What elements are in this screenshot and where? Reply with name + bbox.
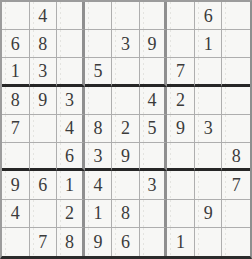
cell-r9c3-given: 8 — [57, 228, 85, 256]
cell-r8c8-given: 9 — [195, 200, 223, 228]
cell-r5c5-given: 2 — [112, 115, 140, 143]
cell-r5c4-given: 8 — [85, 115, 113, 143]
cell-r4c2-given: 9 — [30, 87, 58, 115]
cell-r9c2-given: 7 — [30, 228, 58, 256]
cell-r2c2-given: 8 — [30, 30, 58, 58]
cell-r2c5-given: 3 — [112, 30, 140, 58]
cell-r6c2-empty[interactable] — [30, 143, 58, 171]
cell-r7c7-empty[interactable] — [167, 171, 195, 199]
cell-r9c6-empty[interactable] — [140, 228, 168, 256]
cell-r3c9-empty[interactable] — [222, 58, 250, 86]
cell-r9c8-empty[interactable] — [195, 228, 223, 256]
cell-r5c6-given: 5 — [140, 115, 168, 143]
cell-r4c5-empty[interactable] — [112, 87, 140, 115]
cell-r4c7-given: 2 — [167, 87, 195, 115]
cell-r5c7-given: 9 — [167, 115, 195, 143]
cell-r3c4-given: 5 — [85, 58, 113, 86]
cell-r3c7-given: 7 — [167, 58, 195, 86]
cell-r7c5-empty[interactable] — [112, 171, 140, 199]
cell-r1c7-empty[interactable] — [167, 2, 195, 30]
cell-r4c9-empty[interactable] — [222, 87, 250, 115]
cell-r1c2-given: 4 — [30, 2, 58, 30]
cell-r1c8-given: 6 — [195, 2, 223, 30]
cell-r9c9-empty[interactable] — [222, 228, 250, 256]
cell-r6c8-empty[interactable] — [195, 143, 223, 171]
cell-r8c2-empty[interactable] — [30, 200, 58, 228]
cell-r6c1-empty[interactable] — [2, 143, 30, 171]
cell-r4c3-given: 3 — [57, 87, 85, 115]
cell-r6c5-given: 9 — [112, 143, 140, 171]
cell-r6c7-empty[interactable] — [167, 143, 195, 171]
cell-r1c6-empty[interactable] — [140, 2, 168, 30]
cell-r7c9-given: 7 — [222, 171, 250, 199]
cell-r3c1-given: 1 — [2, 58, 30, 86]
cell-r8c6-empty[interactable] — [140, 200, 168, 228]
cell-r5c8-given: 3 — [195, 115, 223, 143]
cell-r9c1-empty[interactable] — [2, 228, 30, 256]
sudoku-board: 4668391135789342748259363989614374218978… — [0, 0, 252, 259]
cell-r1c5-empty[interactable] — [112, 2, 140, 30]
cell-r8c4-given: 1 — [85, 200, 113, 228]
cell-r9c7-given: 1 — [167, 228, 195, 256]
cell-r8c7-empty[interactable] — [167, 200, 195, 228]
cell-r2c8-given: 1 — [195, 30, 223, 58]
cell-r7c2-given: 6 — [30, 171, 58, 199]
cell-r7c1-given: 9 — [2, 171, 30, 199]
cell-r9c5-given: 6 — [112, 228, 140, 256]
cell-r3c5-empty[interactable] — [112, 58, 140, 86]
cell-r6c4-given: 3 — [85, 143, 113, 171]
cell-r5c9-empty[interactable] — [222, 115, 250, 143]
cell-r2c6-given: 9 — [140, 30, 168, 58]
cell-r1c3-empty[interactable] — [57, 2, 85, 30]
cell-r7c8-empty[interactable] — [195, 171, 223, 199]
cell-r9c4-given: 9 — [85, 228, 113, 256]
cell-r8c3-given: 2 — [57, 200, 85, 228]
cell-r7c6-given: 3 — [140, 171, 168, 199]
cell-r6c9-given: 8 — [222, 143, 250, 171]
cell-r3c2-given: 3 — [30, 58, 58, 86]
cell-r4c4-empty[interactable] — [85, 87, 113, 115]
cell-r8c5-given: 8 — [112, 200, 140, 228]
cell-r8c1-given: 4 — [2, 200, 30, 228]
cell-r2c3-empty[interactable] — [57, 30, 85, 58]
cell-r6c6-empty[interactable] — [140, 143, 168, 171]
cell-r2c7-empty[interactable] — [167, 30, 195, 58]
cell-r5c1-given: 7 — [2, 115, 30, 143]
cell-r3c3-empty[interactable] — [57, 58, 85, 86]
cell-r4c1-given: 8 — [2, 87, 30, 115]
cell-r1c9-empty[interactable] — [222, 2, 250, 30]
cell-r6c3-given: 6 — [57, 143, 85, 171]
cell-r3c6-empty[interactable] — [140, 58, 168, 86]
cell-r1c1-empty[interactable] — [2, 2, 30, 30]
cell-r2c9-empty[interactable] — [222, 30, 250, 58]
cell-r4c6-given: 4 — [140, 87, 168, 115]
cell-r7c3-given: 1 — [57, 171, 85, 199]
cell-r5c2-empty[interactable] — [30, 115, 58, 143]
cell-r2c4-empty[interactable] — [85, 30, 113, 58]
cell-r5c3-given: 4 — [57, 115, 85, 143]
cell-r4c8-empty[interactable] — [195, 87, 223, 115]
cell-r1c4-empty[interactable] — [85, 2, 113, 30]
cell-r3c8-empty[interactable] — [195, 58, 223, 86]
cell-r8c9-empty[interactable] — [222, 200, 250, 228]
cell-r7c4-given: 4 — [85, 171, 113, 199]
cell-r2c1-given: 6 — [2, 30, 30, 58]
